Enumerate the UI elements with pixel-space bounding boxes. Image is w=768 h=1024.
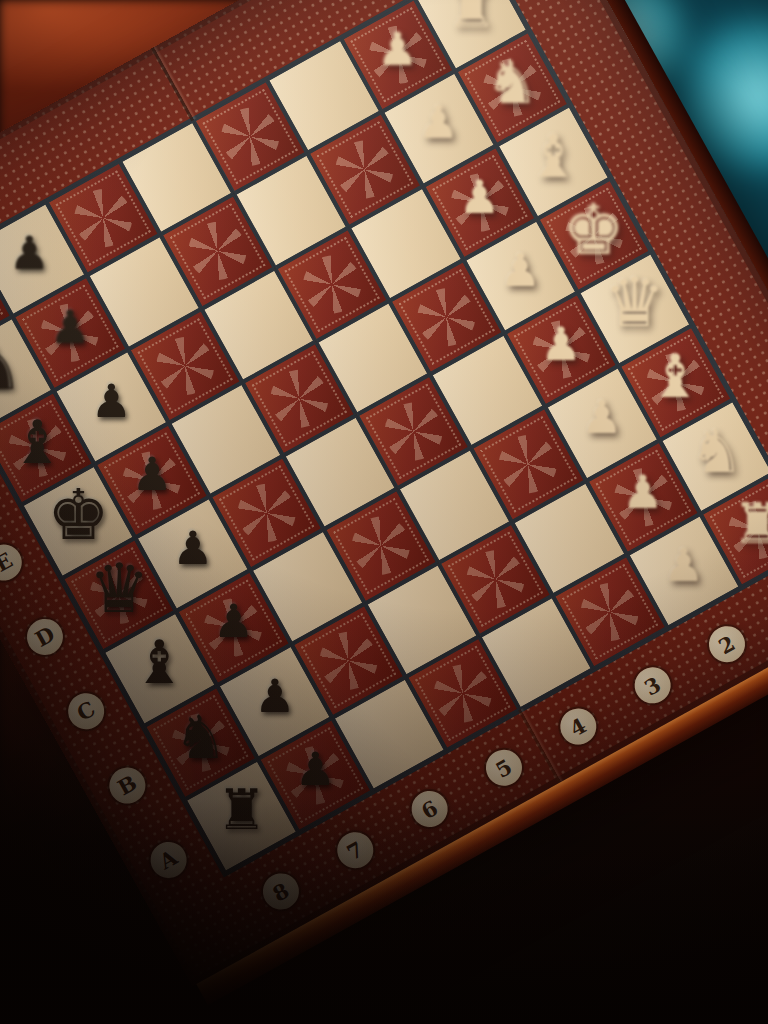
piece-white-knight-b1[interactable]: ♞: [690, 420, 744, 480]
piece-white-rook-h1[interactable]: ♜: [446, 0, 496, 36]
piece-white-bishop-c1[interactable]: ♝: [649, 347, 703, 407]
carved-rosette-decoration: [309, 621, 388, 700]
carved-rosette-decoration: [407, 278, 486, 357]
piece-white-pawn-h2[interactable]: ♟: [377, 26, 418, 72]
carved-rosette-decoration: [293, 245, 372, 324]
photo-scene: ♜♟♟♜♞♟♟♞♝♟♟♝♚♟♟♚♛♟♟♛♝♟♟♝♞♟♟♞♜♟♟♜ 8765432…: [0, 0, 768, 1024]
rank-label-5: 5: [479, 744, 528, 793]
rank-label-2: 2: [702, 620, 751, 669]
carved-rosette-decoration: [145, 326, 224, 405]
piece-black-pawn-f7[interactable]: ♟: [90, 378, 131, 424]
piece-white-pawn-f2[interactable]: ♟: [459, 173, 500, 219]
piece-black-pawn-h7[interactable]: ♟: [9, 230, 50, 276]
piece-black-pawn-e7[interactable]: ♟: [131, 451, 172, 497]
piece-black-pawn-g7[interactable]: ♟: [50, 304, 91, 350]
piece-black-bishop-f8[interactable]: ♝: [10, 412, 64, 472]
carved-rosette-decoration: [423, 654, 502, 733]
piece-white-knight-g1[interactable]: ♞: [485, 52, 539, 112]
rank-label-3: 3: [628, 661, 677, 710]
piece-black-pawn-b7[interactable]: ♟: [254, 672, 295, 718]
carved-rosette-decoration: [571, 572, 650, 651]
piece-white-bishop-f1[interactable]: ♝: [526, 126, 580, 186]
rank-label-8: 8: [256, 867, 305, 916]
piece-black-king-e8[interactable]: ♚: [47, 480, 110, 550]
piece-black-knight-g8[interactable]: ♞: [0, 338, 23, 398]
carved-rosette-decoration: [64, 179, 143, 258]
file-label-E: E: [0, 538, 28, 587]
piece-black-pawn-d7[interactable]: ♟: [172, 525, 213, 571]
rank-label-4: 4: [553, 702, 602, 751]
rank-label-6: 6: [405, 785, 454, 834]
rank-label-7: 7: [330, 826, 379, 875]
carved-rosette-decoration: [178, 212, 257, 291]
piece-white-pawn-b2[interactable]: ♟: [622, 468, 663, 514]
piece-white-pawn-d2[interactable]: ♟: [540, 321, 581, 367]
file-label-D: D: [20, 612, 69, 661]
piece-black-queen-d8[interactable]: ♛: [89, 555, 150, 623]
file-label-C: C: [61, 686, 110, 735]
piece-black-pawn-a7[interactable]: ♟: [295, 746, 336, 792]
carved-rosette-decoration: [374, 392, 453, 471]
piece-white-pawn-e2[interactable]: ♟: [500, 247, 541, 293]
piece-white-pawn-g2[interactable]: ♟: [418, 100, 459, 146]
piece-white-pawn-c2[interactable]: ♟: [581, 394, 622, 440]
piece-black-knight-b8[interactable]: ♞: [174, 706, 228, 766]
piece-white-queen-d1[interactable]: ♛: [604, 269, 665, 337]
piece-white-rook-a1[interactable]: ♜: [732, 496, 768, 552]
carved-rosette-decoration: [260, 359, 339, 438]
piece-black-pawn-c7[interactable]: ♟: [213, 599, 254, 645]
carved-rosette-decoration: [341, 507, 420, 586]
carved-rosette-decoration: [325, 130, 404, 209]
piece-white-king-e1[interactable]: ♚: [563, 194, 626, 264]
carved-rosette-decoration: [456, 539, 535, 618]
carved-rosette-decoration: [227, 474, 306, 553]
piece-white-pawn-a2[interactable]: ♟: [663, 542, 704, 588]
carved-rosette-decoration: [211, 97, 290, 176]
carved-rosette-decoration: [489, 425, 568, 504]
file-label-A: A: [144, 835, 193, 884]
file-label-B: B: [103, 761, 152, 810]
piece-black-bishop-c8[interactable]: ♝: [133, 633, 187, 693]
piece-black-rook-a8[interactable]: ♜: [216, 782, 266, 838]
